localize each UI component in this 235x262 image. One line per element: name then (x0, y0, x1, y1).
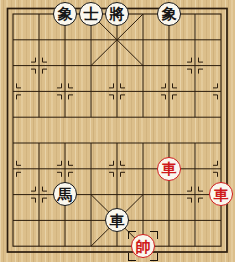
red-chariot[interactable]: 車 (157, 157, 181, 181)
piece-glyph: 象 (58, 7, 73, 22)
red-chariot[interactable]: 車 (209, 182, 233, 206)
piece-glyph: 馬 (58, 187, 73, 202)
piece-glyph: 帥 (136, 239, 151, 254)
black-chariot[interactable]: 車 (105, 208, 129, 232)
piece-glyph: 車 (214, 187, 229, 202)
piece-glyph: 象 (162, 7, 177, 22)
piece-glyph: 車 (110, 213, 125, 228)
red-general[interactable]: 帥 (131, 234, 155, 258)
black-elephant[interactable]: 象 (53, 2, 77, 26)
piece-glyph: 士 (84, 7, 99, 22)
piece-glyph: 車 (162, 162, 177, 177)
piece-glyph: 將 (110, 7, 125, 22)
board-intersections: 象士將象車馬車車帥 (0, 1, 234, 259)
black-horse[interactable]: 馬 (53, 182, 77, 206)
black-general[interactable]: 將 (105, 2, 129, 26)
black-elephant[interactable]: 象 (157, 2, 181, 26)
black-advisor[interactable]: 士 (79, 2, 103, 26)
xiangqi-board: 象士將象車馬車車帥 (0, 0, 235, 262)
